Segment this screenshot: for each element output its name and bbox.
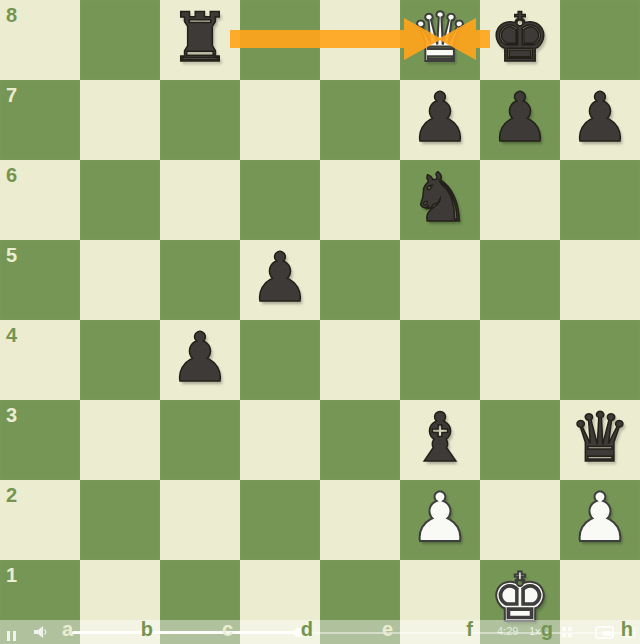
rank-label-6: 6	[6, 164, 26, 187]
black-queen[interactable]: ♛	[570, 398, 631, 478]
square-f8[interactable]: ♛	[400, 0, 480, 80]
square-e5[interactable]	[320, 240, 400, 320]
square-d7[interactable]	[240, 80, 320, 160]
square-e7[interactable]	[320, 80, 400, 160]
square-h5[interactable]	[560, 240, 640, 320]
square-b3[interactable]	[80, 400, 160, 480]
square-h7[interactable]: ♟	[560, 80, 640, 160]
square-d4[interactable]	[240, 320, 320, 400]
square-b5[interactable]	[80, 240, 160, 320]
square-d8[interactable]	[240, 0, 320, 80]
square-e3[interactable]	[320, 400, 400, 480]
white-pawn[interactable]: ♟	[570, 478, 631, 558]
square-g6[interactable]	[480, 160, 560, 240]
square-g7[interactable]: ♟	[480, 80, 560, 160]
square-c5[interactable]	[160, 240, 240, 320]
square-g3[interactable]	[480, 400, 560, 480]
square-f4[interactable]	[400, 320, 480, 400]
file-label-c: c	[160, 618, 240, 641]
black-pawn[interactable]: ♟	[250, 238, 311, 318]
file-label-g: g	[480, 618, 560, 641]
square-e8[interactable]	[320, 0, 400, 80]
square-d6[interactable]	[240, 160, 320, 240]
square-c8[interactable]: ♜	[160, 0, 240, 80]
square-g8[interactable]: ♚	[480, 0, 560, 80]
square-h4[interactable]	[560, 320, 640, 400]
square-g4[interactable]	[480, 320, 560, 400]
file-label-h: h	[560, 618, 640, 641]
square-g2[interactable]	[480, 480, 560, 560]
file-label-b: b	[80, 618, 160, 641]
rank-label-5: 5	[6, 244, 26, 267]
square-c7[interactable]	[160, 80, 240, 160]
rank-label-1: 1	[6, 564, 26, 587]
chess-board: ♜♛♚♟♟♟♞♟♟♝♛♟♟♚	[0, 0, 640, 640]
white-pawn[interactable]: ♟	[410, 478, 471, 558]
square-f3[interactable]: ♝	[400, 400, 480, 480]
rank-label-4: 4	[6, 324, 26, 347]
square-h8[interactable]	[560, 0, 640, 80]
square-b4[interactable]	[80, 320, 160, 400]
square-d3[interactable]	[240, 400, 320, 480]
square-c2[interactable]	[160, 480, 240, 560]
square-e2[interactable]	[320, 480, 400, 560]
file-label-e: e	[320, 618, 400, 641]
file-label-f: f	[400, 618, 480, 641]
black-pawn[interactable]: ♟	[410, 78, 471, 158]
square-f7[interactable]: ♟	[400, 80, 480, 160]
square-f2[interactable]: ♟	[400, 480, 480, 560]
square-b6[interactable]	[80, 160, 160, 240]
square-b7[interactable]	[80, 80, 160, 160]
file-label-d: d	[240, 618, 320, 641]
black-pawn[interactable]: ♟	[570, 78, 631, 158]
black-bishop[interactable]: ♝	[410, 398, 471, 478]
file-label-a: a	[0, 618, 80, 641]
square-f5[interactable]	[400, 240, 480, 320]
rank-label-7: 7	[6, 84, 26, 107]
square-h2[interactable]: ♟	[560, 480, 640, 560]
rank-label-3: 3	[6, 404, 26, 427]
rank-label-2: 2	[6, 484, 26, 507]
square-h3[interactable]: ♛	[560, 400, 640, 480]
black-pawn[interactable]: ♟	[490, 78, 551, 158]
square-d5[interactable]: ♟	[240, 240, 320, 320]
black-pawn[interactable]: ♟	[170, 318, 231, 398]
rank-label-8: 8	[6, 4, 26, 27]
black-knight[interactable]: ♞	[410, 158, 471, 238]
square-h6[interactable]	[560, 160, 640, 240]
square-e6[interactable]	[320, 160, 400, 240]
square-f6[interactable]: ♞	[400, 160, 480, 240]
square-c4[interactable]: ♟	[160, 320, 240, 400]
white-queen[interactable]: ♛	[410, 0, 471, 78]
square-d2[interactable]	[240, 480, 320, 560]
square-b2[interactable]	[80, 480, 160, 560]
square-c6[interactable]	[160, 160, 240, 240]
black-king[interactable]: ♚	[490, 0, 551, 78]
square-e4[interactable]	[320, 320, 400, 400]
square-c3[interactable]	[160, 400, 240, 480]
square-b8[interactable]	[80, 0, 160, 80]
square-g5[interactable]	[480, 240, 560, 320]
chess-board-screen: ♜♛♚♟♟♟♞♟♟♝♛♟♟♚ 87654321 4:29 1x abcdefgh	[0, 0, 640, 644]
black-rook[interactable]: ♜	[170, 0, 231, 78]
